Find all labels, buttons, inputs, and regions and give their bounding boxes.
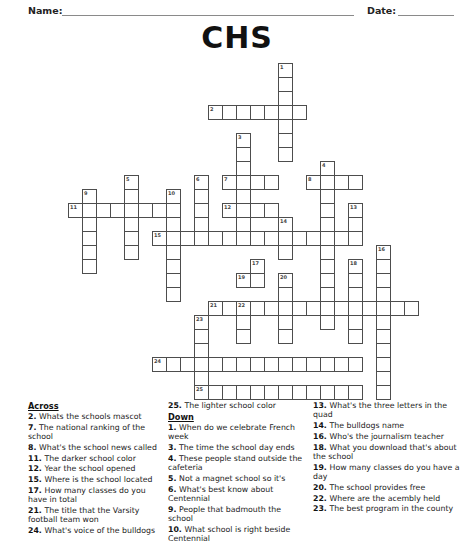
grid-cell-r12c8[interactable] — [180, 231, 195, 246]
grid-cell-r15c18[interactable] — [320, 273, 335, 288]
grid-cell-r6c15[interactable] — [278, 147, 293, 162]
grid-cell-r8c12[interactable] — [236, 175, 251, 190]
cell-number-21: 21 — [210, 302, 217, 308]
grid-cell-r8c19[interactable] — [334, 175, 349, 190]
grid-cell-r15c22[interactable] — [376, 273, 391, 288]
grid-cell-r10c6[interactable] — [152, 203, 167, 218]
grid-cell-r8c9[interactable]: 6 — [194, 175, 209, 190]
grid-cell-r8c4[interactable]: 5 — [124, 175, 139, 190]
grid-cell-r9c18[interactable] — [320, 189, 335, 204]
clue-17: 17. How many classes do you have in tota… — [28, 486, 166, 505]
clue-number: 2. — [28, 412, 39, 421]
grid-cell-r16c18[interactable] — [320, 287, 335, 302]
cell-number-23: 23 — [196, 316, 203, 322]
cell-number-16: 16 — [378, 246, 385, 252]
grid-cell-r13c4[interactable] — [124, 245, 139, 260]
cell-number-24: 24 — [154, 358, 161, 364]
cell-number-2: 2 — [210, 106, 213, 112]
grid-cell-r21c16[interactable] — [292, 357, 307, 372]
grid-cell-r10c13[interactable] — [250, 203, 265, 218]
crossword-grid: 1234567891011121314151617181920212223242… — [68, 63, 419, 400]
grid-cell-r15c20[interactable] — [348, 273, 363, 288]
clue-number: 5. — [168, 474, 179, 483]
clue-13: 13. What's the three letters in the quad — [313, 401, 465, 420]
grid-cell-r10c0[interactable]: 11 — [68, 203, 83, 218]
grid-cell-r7c18[interactable]: 4 — [320, 161, 335, 176]
cell-number-8: 8 — [308, 176, 311, 182]
clue-8: 8. What's the school news called — [28, 443, 166, 452]
grid-cell-r10c18[interactable] — [320, 203, 335, 218]
grid-cell-r23c14[interactable] — [264, 385, 279, 400]
clue-2: 2. Whats the schools mascot — [28, 412, 166, 421]
clue-number: 22. — [313, 494, 330, 503]
clue-3: 3. The time the school day ends — [168, 443, 308, 452]
grid-cell-r11c15[interactable]: 14 — [278, 217, 293, 232]
clue-16: 16. Who's the journalism teacher — [313, 432, 465, 441]
grid-cell-r23c10[interactable] — [208, 385, 223, 400]
cell-number-15: 15 — [154, 232, 161, 238]
grid-cell-r3c11[interactable] — [222, 105, 237, 120]
clue-number: 4. — [168, 454, 179, 463]
clue-column-down: 13. What's the three letters in the quad… — [313, 401, 465, 515]
cell-number-17: 17 — [252, 260, 259, 266]
clue-number: 14. — [313, 421, 330, 430]
grid-cell-r18c9[interactable]: 23 — [194, 315, 209, 330]
grid-cell-r10c1[interactable] — [82, 203, 97, 218]
clue-6: 6. What's best know about Centennial — [168, 485, 308, 504]
clue-20: 20. The school provides free — [313, 483, 465, 492]
cell-number-9: 9 — [84, 190, 87, 196]
grid-cell-r12c18[interactable] — [320, 231, 335, 246]
grid-cell-r10c2[interactable] — [96, 203, 111, 218]
clue-23: 23. The best program in the county — [313, 504, 465, 513]
grid-cell-r21c9[interactable] — [194, 357, 209, 372]
clue-number: 18. — [313, 443, 330, 452]
cell-number-19: 19 — [238, 274, 245, 280]
clue-list-heading-down: Down — [168, 412, 308, 422]
clue-number: 15. — [28, 475, 45, 484]
grid-cell-r21c11[interactable] — [222, 357, 237, 372]
grid-cell-r15c13[interactable] — [250, 273, 265, 288]
grid-cell-r14c1[interactable] — [82, 259, 97, 274]
grid-cell-r0c15[interactable]: 1 — [278, 63, 293, 78]
grid-cell-r10c4[interactable] — [124, 203, 139, 218]
grid-cell-r23c9[interactable]: 25 — [194, 385, 209, 400]
grid-cell-r21c18[interactable] — [320, 357, 335, 372]
grid-cell-r21c12[interactable] — [236, 357, 251, 372]
grid-cell-r4c15[interactable] — [278, 119, 293, 134]
clue-22: 22. Where are the acembly held — [313, 494, 465, 503]
grid-cell-r9c12[interactable] — [236, 189, 251, 204]
clue-number: 20. — [313, 483, 330, 492]
grid-cell-r17c16[interactable] — [292, 301, 307, 316]
grid-cell-r23c13[interactable] — [250, 385, 265, 400]
grid-cell-r17c19[interactable] — [334, 301, 349, 316]
grid-cell-r10c12[interactable] — [236, 203, 251, 218]
clue-1: 1. When do we celebrate French week — [168, 423, 308, 442]
grid-cell-r17c10[interactable]: 21 — [208, 301, 223, 316]
grid-cell-r9c4[interactable] — [124, 189, 139, 204]
clue-25: 25. The lighter school color — [168, 401, 308, 410]
grid-cell-r13c18[interactable] — [320, 245, 335, 260]
grid-cell-r15c12[interactable]: 19 — [236, 273, 251, 288]
grid-cell-r12c6[interactable]: 15 — [152, 231, 167, 246]
clue-18: 18. What you download that's about the s… — [313, 443, 465, 462]
grid-cell-r21c19[interactable] — [334, 357, 349, 372]
grid-cell-r11c12[interactable] — [236, 217, 251, 232]
grid-cell-r14c18[interactable] — [320, 259, 335, 274]
grid-cell-r6c12[interactable] — [236, 147, 251, 162]
grid-cell-r13c15[interactable] — [278, 245, 293, 260]
grid-cell-r2c15[interactable] — [278, 91, 293, 106]
clue-9: 9. People that badmouth the school — [168, 505, 308, 524]
clue-number: 24. — [28, 526, 45, 535]
clue-number: 6. — [168, 485, 179, 494]
grid-cell-r10c3[interactable] — [110, 203, 125, 218]
grid-cell-r11c20[interactable] — [348, 217, 363, 232]
grid-cell-r18c15[interactable] — [278, 315, 293, 330]
grid-cell-r14c7[interactable] — [166, 259, 181, 274]
clue-number: 21. — [28, 506, 45, 515]
grid-cell-r23c17[interactable] — [306, 385, 321, 400]
grid-cell-r10c9[interactable] — [194, 203, 209, 218]
grid-cell-r12c13[interactable] — [250, 231, 265, 246]
grid-cell-r23c15[interactable] — [278, 385, 293, 400]
grid-cell-r17c23[interactable] — [390, 301, 405, 316]
grid-cell-r17c21[interactable] — [362, 301, 377, 316]
clue-24: 24. What's voice of the bulldogs — [28, 526, 166, 535]
cell-number-20: 20 — [280, 274, 287, 280]
grid-cell-r10c5[interactable] — [138, 203, 153, 218]
grid-cell-r12c16[interactable] — [292, 231, 307, 246]
cell-number-5: 5 — [126, 176, 129, 182]
grid-cell-r11c4[interactable] — [124, 217, 139, 232]
cell-number-10: 10 — [168, 190, 175, 196]
grid-cell-r21c22[interactable] — [376, 357, 391, 372]
grid-cell-r9c9[interactable] — [194, 189, 209, 204]
grid-cell-r12c12[interactable] — [236, 231, 251, 246]
clue-number: 17. — [28, 486, 45, 495]
grid-cell-r23c19[interactable] — [334, 385, 349, 400]
grid-cell-r17c12[interactable]: 22 — [236, 301, 251, 316]
clue-number: 13. — [313, 401, 330, 410]
grid-cell-r15c7[interactable] — [166, 273, 181, 288]
grid-cell-r7c12[interactable] — [236, 161, 251, 176]
clue-19: 19. How many classes do you have a day — [313, 463, 465, 482]
grid-cell-r10c20[interactable]: 13 — [348, 203, 363, 218]
grid-cell-r21c17[interactable] — [306, 357, 321, 372]
grid-cell-r12c4[interactable] — [124, 231, 139, 246]
grid-cell-r17c22[interactable] — [376, 301, 391, 316]
grid-cell-r16c7[interactable] — [166, 287, 181, 302]
grid-cell-r8c14[interactable] — [264, 175, 279, 190]
grid-cell-r5c12[interactable]: 3 — [236, 133, 251, 148]
grid-cell-r20c9[interactable] — [194, 343, 209, 358]
grid-cell-r18c12[interactable] — [236, 315, 251, 330]
cell-number-25: 25 — [196, 386, 203, 392]
grid-cell-r8c20[interactable] — [348, 175, 363, 190]
grid-cell-r3c14[interactable] — [264, 105, 279, 120]
clue-number: 12. — [28, 464, 45, 473]
grid-cell-r16c20[interactable] — [348, 287, 363, 302]
clue-number: 9. — [168, 505, 179, 514]
grid-cell-r17c15[interactable] — [278, 301, 293, 316]
grid-cell-r19c22[interactable] — [376, 329, 391, 344]
grid-cell-r17c11[interactable] — [222, 301, 237, 316]
grid-cell-r23c16[interactable] — [292, 385, 307, 400]
grid-cell-r21c13[interactable] — [250, 357, 265, 372]
grid-cell-r3c10[interactable]: 2 — [208, 105, 223, 120]
grid-cell-r19c12[interactable] — [236, 329, 251, 344]
clue-column-middle: 25. The lighter school colorDown1. When … — [168, 401, 308, 545]
grid-cell-r23c12[interactable] — [236, 385, 251, 400]
clue-number: 11. — [28, 454, 45, 463]
grid-cell-r21c14[interactable] — [264, 357, 279, 372]
grid-cell-r13c22[interactable]: 16 — [376, 245, 391, 260]
grid-cell-r11c1[interactable] — [82, 217, 97, 232]
clue-list-heading-across: Across — [28, 401, 166, 411]
clue-number: 10. — [168, 525, 185, 534]
grid-cell-r22c9[interactable] — [194, 371, 209, 386]
grid-cell-r3c13[interactable] — [250, 105, 265, 120]
grid-cell-r20c22[interactable] — [376, 343, 391, 358]
cell-number-11: 11 — [70, 204, 77, 210]
grid-cell-r15c15[interactable]: 20 — [278, 273, 293, 288]
grid-cell-r11c7[interactable] — [166, 217, 181, 232]
name-fill-line — [62, 5, 354, 16]
clue-7: 7. The national ranking of the school — [28, 423, 166, 442]
grid-cell-r13c1[interactable] — [82, 245, 97, 260]
clue-number: 8. — [28, 443, 39, 452]
clue-10: 10. What school is right beside Centenni… — [168, 525, 308, 544]
grid-cell-r16c15[interactable] — [278, 287, 293, 302]
clue-number: 25. — [168, 401, 185, 410]
grid-cell-r19c15[interactable] — [278, 329, 293, 344]
grid-cell-r23c22[interactable] — [376, 385, 391, 400]
grid-cell-r12c17[interactable] — [306, 231, 321, 246]
grid-cell-r12c14[interactable] — [264, 231, 279, 246]
grid-cell-r17c24[interactable] — [404, 301, 419, 316]
clue-number: 3. — [168, 443, 179, 452]
cell-number-22: 22 — [238, 302, 245, 308]
grid-cell-r14c13[interactable]: 17 — [250, 259, 265, 274]
grid-cell-r1c15[interactable] — [278, 77, 293, 92]
grid-cell-r23c20[interactable] — [348, 385, 363, 400]
grid-cell-r22c22[interactable] — [376, 371, 391, 386]
grid-cell-r21c8[interactable] — [180, 357, 195, 372]
clue-11: 11. The darker school color — [28, 454, 166, 463]
cell-number-14: 14 — [280, 218, 287, 224]
clue-5: 5. Not a magnet school so it's — [168, 474, 308, 483]
grid-cell-r12c10[interactable] — [208, 231, 223, 246]
grid-cell-r14c20[interactable]: 18 — [348, 259, 363, 274]
grid-cell-r13c7[interactable] — [166, 245, 181, 260]
cell-number-1: 1 — [280, 64, 283, 70]
grid-cell-r14c22[interactable] — [376, 259, 391, 274]
clue-12: 12. Year the school opened — [28, 464, 166, 473]
grid-cell-r10c7[interactable] — [166, 203, 181, 218]
grid-cell-r23c11[interactable] — [222, 385, 237, 400]
grid-cell-r8c18[interactable] — [320, 175, 335, 190]
date-fill-line — [398, 5, 454, 16]
grid-cell-r16c22[interactable] — [376, 287, 391, 302]
clue-number: 23. — [313, 504, 330, 513]
grid-cell-r21c15[interactable] — [278, 357, 293, 372]
grid-cell-r19c20[interactable] — [348, 329, 363, 344]
clue-number: 19. — [313, 463, 330, 472]
clue-21: 21. The title that the Varsity football … — [28, 506, 166, 525]
grid-cell-r9c1[interactable]: 9 — [82, 189, 97, 204]
clue-column-across: Across2. Whats the schools mascot7. The … — [28, 401, 166, 537]
grid-cell-r12c9[interactable] — [194, 231, 209, 246]
clue-14: 14. The bulldogs name — [313, 421, 465, 430]
grid-cell-r17c14[interactable] — [264, 301, 279, 316]
grid-cell-r12c15[interactable] — [278, 231, 293, 246]
grid-cell-r17c20[interactable] — [348, 301, 363, 316]
page-title: CHS — [0, 20, 474, 55]
clue-15: 15. Where is the school located — [28, 475, 166, 484]
grid-cell-r8c13[interactable] — [250, 175, 265, 190]
grid-cell-r17c18[interactable] — [320, 301, 335, 316]
grid-cell-r21c10[interactable] — [208, 357, 223, 372]
grid-cell-r3c16[interactable] — [292, 105, 307, 120]
grid-cell-r18c22[interactable] — [376, 315, 391, 330]
clue-number: 7. — [28, 423, 39, 432]
grid-cell-r12c1[interactable] — [82, 231, 97, 246]
clue-number: 1. — [168, 423, 179, 432]
grid-cell-r5c15[interactable] — [278, 133, 293, 148]
grid-cell-r17c17[interactable] — [306, 301, 321, 316]
cell-number-18: 18 — [350, 260, 357, 266]
name-label: Name: — [28, 5, 63, 16]
grid-cell-r9c7[interactable]: 10 — [166, 189, 181, 204]
cell-number-4: 4 — [322, 162, 325, 168]
grid-cell-r12c19[interactable] — [334, 231, 349, 246]
grid-cell-r3c15[interactable] — [278, 105, 293, 120]
grid-cell-r12c20[interactable] — [348, 231, 363, 246]
date-label: Date: — [367, 5, 396, 16]
grid-cell-r8c17[interactable]: 8 — [306, 175, 321, 190]
cell-number-13: 13 — [350, 204, 357, 210]
cell-number-7: 7 — [224, 176, 227, 182]
clue-4: 4. These people stand outside the cafete… — [168, 454, 308, 473]
grid-cell-r19c9[interactable] — [194, 329, 209, 344]
grid-cell-r3c12[interactable] — [236, 105, 251, 120]
grid-cell-r10c11[interactable]: 12 — [222, 203, 237, 218]
grid-cell-r23c18[interactable] — [320, 385, 335, 400]
grid-cell-r21c6[interactable]: 24 — [152, 357, 167, 372]
grid-cell-r11c9[interactable] — [194, 217, 209, 232]
grid-cell-r11c18[interactable] — [320, 217, 335, 232]
grid-cell-r12c7[interactable] — [166, 231, 181, 246]
grid-cell-r10c14[interactable] — [264, 203, 279, 218]
clue-number: 16. — [313, 432, 330, 441]
grid-cell-r18c18[interactable] — [320, 315, 335, 330]
cell-number-6: 6 — [196, 176, 199, 182]
grid-cell-r18c20[interactable] — [348, 315, 363, 330]
grid-cell-r12c11[interactable] — [222, 231, 237, 246]
grid-cell-r17c13[interactable] — [250, 301, 265, 316]
grid-cell-r21c20[interactable] — [348, 357, 363, 372]
grid-cell-r8c11[interactable]: 7 — [222, 175, 237, 190]
cell-number-3: 3 — [238, 134, 241, 140]
grid-cell-r21c7[interactable] — [166, 357, 181, 372]
cell-number-12: 12 — [224, 204, 231, 210]
